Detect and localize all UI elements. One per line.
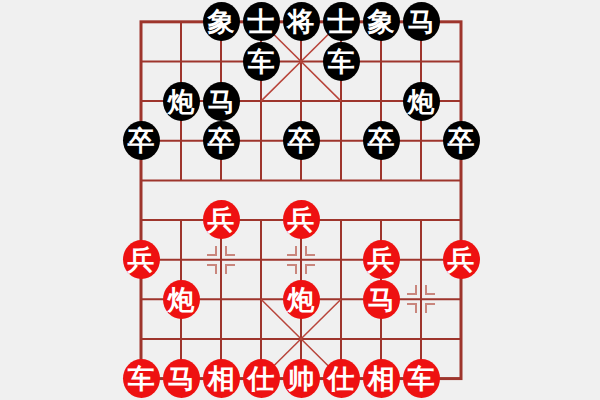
piece-black-cannon[interactable]: 炮 — [403, 82, 440, 121]
piece-black-elephant[interactable]: 象 — [363, 2, 400, 41]
piece-black-soldier[interactable]: 卒 — [363, 121, 400, 160]
piece-black-advisor[interactable]: 士 — [323, 2, 360, 41]
piece-red-chariot[interactable]: 车 — [123, 359, 160, 398]
piece-red-horse[interactable]: 马 — [163, 359, 200, 398]
piece-black-cannon[interactable]: 炮 — [163, 82, 200, 121]
piece-red-cannon[interactable]: 炮 — [163, 280, 200, 319]
xiangqi-board-grid[interactable]: 象士将士象马车车炮马炮卒卒卒卒卒兵兵兵兵兵炮炮马车马相仕帅仕相车 — [121, 2, 481, 398]
piece-red-general[interactable]: 帅 — [283, 359, 320, 398]
piece-red-soldier[interactable]: 兵 — [443, 240, 480, 279]
piece-red-advisor[interactable]: 仕 — [243, 359, 280, 398]
piece-black-general[interactable]: 将 — [283, 2, 320, 41]
piece-black-horse[interactable]: 马 — [403, 2, 440, 41]
piece-red-elephant[interactable]: 相 — [363, 359, 400, 398]
piece-red-advisor[interactable]: 仕 — [323, 359, 360, 398]
piece-black-soldier[interactable]: 卒 — [203, 121, 240, 160]
piece-black-soldier[interactable]: 卒 — [283, 121, 320, 160]
piece-black-elephant[interactable]: 象 — [203, 2, 240, 41]
piece-black-soldier[interactable]: 卒 — [443, 121, 480, 160]
piece-black-chariot[interactable]: 车 — [243, 42, 280, 81]
piece-red-soldier[interactable]: 兵 — [363, 240, 400, 279]
piece-red-elephant[interactable]: 相 — [203, 359, 240, 398]
piece-red-soldier[interactable]: 兵 — [123, 240, 160, 279]
piece-black-soldier[interactable]: 卒 — [123, 121, 160, 160]
piece-red-horse[interactable]: 马 — [363, 280, 400, 319]
piece-red-cannon[interactable]: 炮 — [283, 280, 320, 319]
xiangqi-board: 象士将士象马车车炮马炮卒卒卒卒卒兵兵兵兵兵炮炮马车马相仕帅仕相车 — [121, 2, 481, 399]
piece-black-horse[interactable]: 马 — [203, 82, 240, 121]
piece-red-soldier[interactable]: 兵 — [283, 200, 320, 239]
piece-red-chariot[interactable]: 车 — [403, 359, 440, 398]
piece-red-soldier[interactable]: 兵 — [203, 200, 240, 239]
piece-black-chariot[interactable]: 车 — [323, 42, 360, 81]
piece-black-advisor[interactable]: 士 — [243, 2, 280, 41]
page-background: { "game": "xiangqi", "board": { "files":… — [0, 0, 600, 400]
